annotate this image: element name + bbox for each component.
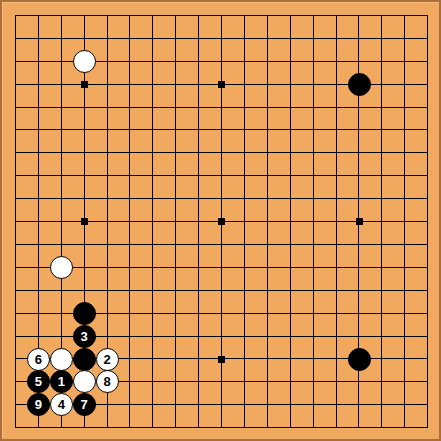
go-board: 362518947	[0, 0, 441, 441]
stone-white-D17	[73, 50, 96, 73]
star-point	[356, 218, 363, 225]
star-point	[218, 81, 225, 88]
stone-black-Q4	[348, 348, 371, 371]
star-point	[218, 218, 225, 225]
stone-white-C8	[50, 256, 73, 279]
star-point	[81, 218, 88, 225]
stone-black-Q16	[348, 73, 371, 96]
star-point	[81, 81, 88, 88]
stone-black-D4	[73, 348, 96, 371]
move-8-white-E3: 8	[96, 370, 119, 393]
star-point	[218, 356, 225, 363]
move-6-white-B4: 6	[27, 348, 50, 371]
move-3-black-D5: 3	[73, 325, 96, 348]
move-2-white-E4: 2	[96, 348, 119, 371]
stone-white-D3	[73, 370, 96, 393]
move-7-black-D2: 7	[73, 393, 96, 416]
stone-black-D6	[73, 302, 96, 325]
move-4-white-C2: 4	[50, 393, 73, 416]
stone-white-C4	[50, 348, 73, 371]
